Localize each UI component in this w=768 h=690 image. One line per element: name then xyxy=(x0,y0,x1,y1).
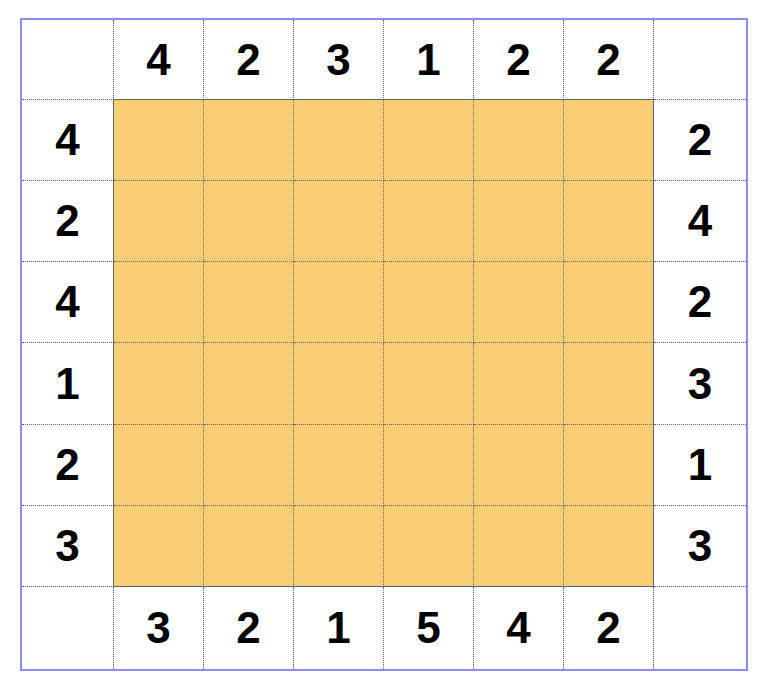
cell-r5c3[interactable] xyxy=(294,425,384,506)
cell-r1c1[interactable] xyxy=(114,100,204,181)
cell-r1c4[interactable] xyxy=(384,100,474,181)
cell-r4c6[interactable] xyxy=(564,343,654,424)
clue-left-6: 3 xyxy=(22,506,114,587)
cell-r6c3[interactable] xyxy=(294,506,384,587)
cell-r3c5[interactable] xyxy=(474,262,564,343)
cell-r4c5[interactable] xyxy=(474,343,564,424)
clue-top-1: 4 xyxy=(114,20,204,100)
cell-r3c4[interactable] xyxy=(384,262,474,343)
clue-right-5: 1 xyxy=(654,425,746,506)
cell-r4c3[interactable] xyxy=(294,343,384,424)
cell-r3c2[interactable] xyxy=(204,262,294,343)
cell-r4c4[interactable] xyxy=(384,343,474,424)
clue-top-4: 1 xyxy=(384,20,474,100)
cell-r2c4[interactable] xyxy=(384,181,474,262)
clue-left-4: 1 xyxy=(22,343,114,424)
clue-right-2: 4 xyxy=(654,181,746,262)
clue-top-6: 2 xyxy=(564,20,654,100)
clue-bottom-1: 3 xyxy=(114,587,204,669)
cell-r6c6[interactable] xyxy=(564,506,654,587)
cell-r4c2[interactable] xyxy=(204,343,294,424)
clue-left-2: 2 xyxy=(22,181,114,262)
skyscrapers-board: 423122422442132133321542 xyxy=(20,18,748,671)
cell-r1c2[interactable] xyxy=(204,100,294,181)
cell-r1c5[interactable] xyxy=(474,100,564,181)
clue-bottom-6: 2 xyxy=(564,587,654,669)
cell-r2c3[interactable] xyxy=(294,181,384,262)
cell-r3c6[interactable] xyxy=(564,262,654,343)
cell-r6c5[interactable] xyxy=(474,506,564,587)
cell-r2c1[interactable] xyxy=(114,181,204,262)
cell-r5c2[interactable] xyxy=(204,425,294,506)
cell-r2c6[interactable] xyxy=(564,181,654,262)
corner-cell xyxy=(22,20,114,100)
cell-r1c3[interactable] xyxy=(294,100,384,181)
cell-r6c1[interactable] xyxy=(114,506,204,587)
clue-right-1: 2 xyxy=(654,100,746,181)
clue-left-1: 4 xyxy=(22,100,114,181)
cell-r5c1[interactable] xyxy=(114,425,204,506)
cell-r3c3[interactable] xyxy=(294,262,384,343)
clue-bottom-2: 2 xyxy=(204,587,294,669)
cell-r5c5[interactable] xyxy=(474,425,564,506)
cell-r1c6[interactable] xyxy=(564,100,654,181)
clue-top-3: 3 xyxy=(294,20,384,100)
clue-right-6: 3 xyxy=(654,506,746,587)
clue-left-3: 4 xyxy=(22,262,114,343)
corner-cell xyxy=(22,587,114,669)
clue-top-2: 2 xyxy=(204,20,294,100)
cell-r3c1[interactable] xyxy=(114,262,204,343)
cell-r6c4[interactable] xyxy=(384,506,474,587)
cell-r5c4[interactable] xyxy=(384,425,474,506)
cell-r5c6[interactable] xyxy=(564,425,654,506)
clue-right-4: 3 xyxy=(654,343,746,424)
clue-left-5: 2 xyxy=(22,425,114,506)
clue-top-5: 2 xyxy=(474,20,564,100)
cell-r6c2[interactable] xyxy=(204,506,294,587)
clue-bottom-5: 4 xyxy=(474,587,564,669)
corner-cell xyxy=(654,587,746,669)
cell-r4c1[interactable] xyxy=(114,343,204,424)
cell-r2c5[interactable] xyxy=(474,181,564,262)
cell-r2c2[interactable] xyxy=(204,181,294,262)
clue-bottom-3: 1 xyxy=(294,587,384,669)
corner-cell xyxy=(654,20,746,100)
clue-right-3: 2 xyxy=(654,262,746,343)
clue-bottom-4: 5 xyxy=(384,587,474,669)
